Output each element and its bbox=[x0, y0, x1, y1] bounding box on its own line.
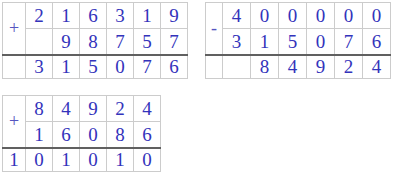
problem-3-result-grid: 1 0 1 0 1 0 bbox=[2, 149, 161, 172]
digit-cell: 6 bbox=[134, 122, 160, 147]
digit-cell: 7 bbox=[134, 56, 160, 78]
digit-cell: 9 bbox=[307, 56, 334, 78]
digit-cell: 2 bbox=[107, 96, 133, 121]
digit-cell bbox=[26, 29, 52, 54]
plus-operator: + bbox=[3, 3, 25, 54]
digit-cell bbox=[206, 56, 222, 78]
digit-cell: 1 bbox=[134, 3, 160, 28]
digit-cell: 7 bbox=[107, 29, 133, 54]
digit-cell: 1 bbox=[107, 149, 133, 171]
digit-cell: 3 bbox=[107, 3, 133, 28]
digit-cell: 2 bbox=[26, 3, 52, 28]
digit-cell: 0 bbox=[335, 3, 362, 28]
digit-cell: 8 bbox=[26, 96, 52, 121]
digit-cell: 0 bbox=[363, 3, 390, 28]
problem-2-subtraction: - 4 0 0 0 0 0 3 1 5 0 7 6 8 4 9 2 4 bbox=[205, 2, 391, 79]
digit-cell: 0 bbox=[107, 56, 133, 78]
digit-cell: 5 bbox=[134, 29, 160, 54]
digit-cell: 1 bbox=[53, 56, 79, 78]
digit-cell: 8 bbox=[107, 122, 133, 147]
digit-cell: 1 bbox=[53, 3, 79, 28]
digit-cell: 4 bbox=[53, 96, 79, 121]
digit-cell: 1 bbox=[3, 149, 25, 171]
digit-cell: 0 bbox=[80, 149, 106, 171]
digit-cell: 8 bbox=[251, 56, 278, 78]
digit-cell: 9 bbox=[80, 96, 106, 121]
digit-cell: 0 bbox=[307, 3, 334, 28]
digit-cell: 6 bbox=[161, 56, 187, 78]
problem-1-addition: + 2 1 6 3 1 9 9 8 7 5 7 3 1 5 0 7 6 bbox=[2, 2, 188, 79]
problem-2-result-grid: 8 4 9 2 4 bbox=[205, 56, 391, 79]
digit-cell: 2 bbox=[335, 56, 362, 78]
problem-1-result-grid: 3 1 5 0 7 6 bbox=[2, 56, 188, 79]
digit-cell: 3 bbox=[26, 56, 52, 78]
digit-cell: 7 bbox=[161, 29, 187, 54]
problem-3-addition: + 8 4 9 2 4 1 6 0 8 6 1 0 1 0 1 0 bbox=[2, 95, 161, 172]
digit-cell: 1 bbox=[53, 149, 79, 171]
digit-cell: 6 bbox=[53, 122, 79, 147]
plus-operator: + bbox=[3, 96, 25, 147]
problem-3-operand-grid: + 8 4 9 2 4 1 6 0 8 6 bbox=[2, 95, 161, 147]
digit-cell: 6 bbox=[80, 3, 106, 28]
digit-cell: 9 bbox=[53, 29, 79, 54]
digit-cell: 8 bbox=[80, 29, 106, 54]
digit-cell: 3 bbox=[223, 29, 250, 54]
digit-cell: 9 bbox=[161, 3, 187, 28]
digit-cell: 0 bbox=[279, 3, 306, 28]
digit-cell bbox=[3, 56, 25, 78]
digit-cell: 6 bbox=[363, 29, 390, 54]
digit-cell: 7 bbox=[335, 29, 362, 54]
digit-cell: 0 bbox=[26, 149, 52, 171]
digit-cell: 0 bbox=[134, 149, 160, 171]
digit-cell: 0 bbox=[307, 29, 334, 54]
problem-1-operand-grid: + 2 1 6 3 1 9 9 8 7 5 7 bbox=[2, 2, 188, 54]
digit-cell: 5 bbox=[80, 56, 106, 78]
digit-cell: 5 bbox=[279, 29, 306, 54]
digit-cell: 4 bbox=[363, 56, 390, 78]
digit-cell: 4 bbox=[223, 3, 250, 28]
minus-operator: - bbox=[206, 3, 222, 54]
digit-cell: 0 bbox=[251, 3, 278, 28]
problem-2-operand-grid: - 4 0 0 0 0 0 3 1 5 0 7 6 bbox=[205, 2, 391, 54]
digit-cell: 1 bbox=[26, 122, 52, 147]
digit-cell: 1 bbox=[251, 29, 278, 54]
digit-cell: 4 bbox=[134, 96, 160, 121]
digit-cell: 4 bbox=[279, 56, 306, 78]
digit-cell bbox=[223, 56, 250, 78]
digit-cell: 0 bbox=[80, 122, 106, 147]
